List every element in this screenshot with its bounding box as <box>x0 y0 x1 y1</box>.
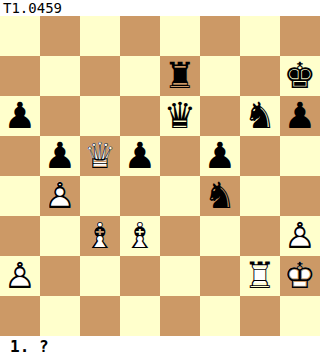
black-pawn-piece[interactable]: ♟ <box>0 96 40 136</box>
square-h7[interactable]: ♚ <box>280 56 320 96</box>
square-f1[interactable] <box>200 296 240 336</box>
square-d3[interactable]: ♝♗ <box>120 216 160 256</box>
black-pawn-piece[interactable]: ♟ <box>200 136 240 176</box>
square-d2[interactable] <box>120 256 160 296</box>
square-d7[interactable] <box>120 56 160 96</box>
white-rook-piece[interactable]: ♜♖ <box>240 256 280 296</box>
square-g8[interactable] <box>240 16 280 56</box>
square-h3[interactable]: ♟♙ <box>280 216 320 256</box>
square-a8[interactable] <box>0 16 40 56</box>
piece-outline: ♔ <box>280 256 320 296</box>
square-h5[interactable] <box>280 136 320 176</box>
square-a7[interactable] <box>0 56 40 96</box>
square-g2[interactable]: ♜♖ <box>240 256 280 296</box>
white-king-piece[interactable]: ♚♔ <box>280 256 320 296</box>
white-bishop-piece[interactable]: ♝♗ <box>120 216 160 256</box>
square-g1[interactable] <box>240 296 280 336</box>
square-a5[interactable] <box>0 136 40 176</box>
square-b6[interactable] <box>40 96 80 136</box>
square-d8[interactable] <box>120 16 160 56</box>
square-c4[interactable] <box>80 176 120 216</box>
white-queen-piece[interactable]: ♛♕ <box>80 136 120 176</box>
square-c7[interactable] <box>80 56 120 96</box>
square-c3[interactable]: ♝♗ <box>80 216 120 256</box>
square-d5[interactable]: ♟ <box>120 136 160 176</box>
square-c2[interactable] <box>80 256 120 296</box>
black-knight-piece[interactable]: ♞ <box>240 96 280 136</box>
square-h1[interactable] <box>280 296 320 336</box>
square-a6[interactable]: ♟ <box>0 96 40 136</box>
chess-board: ♜♚♟♛♞♟♟♛♕♟♟♟♙♞♝♗♝♗♟♙♟♙♜♖♚♔ <box>0 16 320 336</box>
white-bishop-piece[interactable]: ♝♗ <box>80 216 120 256</box>
black-pawn-piece[interactable]: ♟ <box>280 96 320 136</box>
square-e8[interactable] <box>160 16 200 56</box>
square-c6[interactable] <box>80 96 120 136</box>
square-e7[interactable]: ♜ <box>160 56 200 96</box>
square-g3[interactable] <box>240 216 280 256</box>
piece-outline: ♖ <box>240 256 280 296</box>
puzzle-id-title: T1.0459 <box>0 0 320 16</box>
square-c5[interactable]: ♛♕ <box>80 136 120 176</box>
square-h2[interactable]: ♚♔ <box>280 256 320 296</box>
white-pawn-piece[interactable]: ♟♙ <box>0 256 40 296</box>
square-c8[interactable] <box>80 16 120 56</box>
square-f8[interactable] <box>200 16 240 56</box>
square-e3[interactable] <box>160 216 200 256</box>
square-g7[interactable] <box>240 56 280 96</box>
square-a2[interactable]: ♟♙ <box>0 256 40 296</box>
square-b5[interactable]: ♟ <box>40 136 80 176</box>
square-f6[interactable] <box>200 96 240 136</box>
black-pawn-piece[interactable]: ♟ <box>120 136 160 176</box>
piece-outline: ♙ <box>280 216 320 256</box>
white-pawn-piece[interactable]: ♟♙ <box>280 216 320 256</box>
piece-outline: ♙ <box>0 256 40 296</box>
black-knight-piece[interactable]: ♞ <box>200 176 240 216</box>
square-d6[interactable] <box>120 96 160 136</box>
square-h4[interactable] <box>280 176 320 216</box>
square-f3[interactable] <box>200 216 240 256</box>
square-d1[interactable] <box>120 296 160 336</box>
white-pawn-piece[interactable]: ♟♙ <box>40 176 80 216</box>
square-d4[interactable] <box>120 176 160 216</box>
square-f2[interactable] <box>200 256 240 296</box>
square-f5[interactable]: ♟ <box>200 136 240 176</box>
square-b8[interactable] <box>40 16 80 56</box>
square-a3[interactable] <box>0 216 40 256</box>
square-a4[interactable] <box>0 176 40 216</box>
piece-outline: ♗ <box>80 216 120 256</box>
square-f7[interactable] <box>200 56 240 96</box>
move-prompt: 1. ? <box>0 336 320 360</box>
square-b1[interactable] <box>40 296 80 336</box>
black-king-piece[interactable]: ♚ <box>280 56 320 96</box>
square-g6[interactable]: ♞ <box>240 96 280 136</box>
piece-outline: ♕ <box>80 136 120 176</box>
black-queen-piece[interactable]: ♛ <box>160 96 200 136</box>
square-e5[interactable] <box>160 136 200 176</box>
square-b7[interactable] <box>40 56 80 96</box>
piece-outline: ♗ <box>120 216 160 256</box>
square-a1[interactable] <box>0 296 40 336</box>
square-e6[interactable]: ♛ <box>160 96 200 136</box>
square-h8[interactable] <box>280 16 320 56</box>
black-pawn-piece[interactable]: ♟ <box>40 136 80 176</box>
square-g5[interactable] <box>240 136 280 176</box>
square-c1[interactable] <box>80 296 120 336</box>
black-rook-piece[interactable]: ♜ <box>160 56 200 96</box>
piece-outline: ♙ <box>40 176 80 216</box>
square-b3[interactable] <box>40 216 80 256</box>
square-h6[interactable]: ♟ <box>280 96 320 136</box>
square-g4[interactable] <box>240 176 280 216</box>
square-f4[interactable]: ♞ <box>200 176 240 216</box>
square-e2[interactable] <box>160 256 200 296</box>
square-e1[interactable] <box>160 296 200 336</box>
square-e4[interactable] <box>160 176 200 216</box>
square-b2[interactable] <box>40 256 80 296</box>
square-b4[interactable]: ♟♙ <box>40 176 80 216</box>
